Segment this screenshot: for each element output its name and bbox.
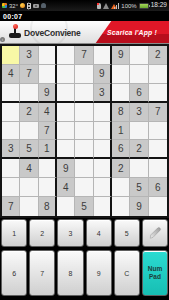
cell-r5c9[interactable]: [149, 122, 167, 141]
cell-r9c7[interactable]: [112, 197, 130, 216]
cell-r4c7[interactable]: 8: [112, 103, 130, 122]
cell-r3c4[interactable]: [57, 84, 75, 103]
ad-cta-button[interactable]: Scarica l'App !: [95, 21, 169, 44]
app-grid-icon: [2, 3, 7, 8]
cell-r2c7[interactable]: [112, 65, 130, 84]
status-bar: 32° 100% 18:29: [0, 0, 169, 11]
cell-r4c5[interactable]: [75, 103, 93, 122]
key-3[interactable]: 3: [57, 219, 83, 247]
cell-r4c1[interactable]: [2, 103, 20, 122]
ad-info-icon[interactable]: i: [0, 37, 5, 42]
ad-banner[interactable]: i DoveConviene Scarica l'App !: [0, 21, 169, 44]
cell-r2c8[interactable]: [130, 65, 148, 84]
cell-r3c7[interactable]: [112, 84, 130, 103]
cell-r8c6[interactable]: [94, 178, 112, 197]
cell-r3c8[interactable]: 6: [130, 84, 148, 103]
sudoku-board: 37924799362483771351624924567859: [0, 44, 169, 218]
cell-r2c5[interactable]: [75, 65, 93, 84]
cell-r8c4[interactable]: 4: [57, 178, 75, 197]
android-icon: [41, 3, 46, 8]
cell-r6c3[interactable]: 1: [39, 140, 57, 159]
cell-r7c7[interactable]: 2: [112, 159, 130, 178]
cell-r9c6[interactable]: [94, 197, 112, 216]
cell-r1c3[interactable]: [39, 46, 57, 65]
ad-cta-label: Scarica l'App !: [107, 29, 157, 36]
cell-r4c9[interactable]: 7: [149, 103, 167, 122]
key-6[interactable]: 6: [1, 250, 27, 296]
cell-r7c2[interactable]: 4: [20, 159, 38, 178]
notification-orange-icon: [20, 3, 25, 8]
cell-r1c7[interactable]: 9: [112, 46, 130, 65]
cell-r5c6[interactable]: [94, 122, 112, 141]
cell-r2c9[interactable]: [149, 65, 167, 84]
cell-r8c1[interactable]: [2, 178, 20, 197]
cell-r6c8[interactable]: 2: [130, 140, 148, 159]
pencil-button[interactable]: [142, 219, 168, 247]
cell-r9c9[interactable]: [149, 197, 167, 216]
cell-r4c3[interactable]: 4: [39, 103, 57, 122]
cell-r3c2[interactable]: [20, 84, 38, 103]
pencil-icon: [148, 226, 162, 240]
cell-r2c6[interactable]: 9: [94, 65, 112, 84]
cell-r8c9[interactable]: 6: [149, 178, 167, 197]
cell-r6c5[interactable]: [75, 140, 93, 159]
wifi-icon: [103, 3, 109, 9]
cell-r5c4[interactable]: [57, 122, 75, 141]
game-timer: 00:07: [3, 13, 22, 20]
cell-r6c7[interactable]: 6: [112, 140, 130, 159]
cell-r5c8[interactable]: [130, 122, 148, 141]
cell-r7c1[interactable]: [2, 159, 20, 178]
cell-r8c3[interactable]: [39, 178, 57, 197]
cell-r6c6[interactable]: [94, 140, 112, 159]
signal-warning-icon: [111, 3, 119, 9]
key-8[interactable]: 8: [57, 250, 83, 296]
sd-card-icon: [97, 3, 101, 9]
cell-r1c1[interactable]: [2, 46, 20, 65]
cell-r4c8[interactable]: 3: [130, 103, 148, 122]
cell-r5c5[interactable]: [75, 122, 93, 141]
camera-icon: [33, 4, 39, 8]
cell-r1c5[interactable]: 7: [75, 46, 93, 65]
cell-r2c2[interactable]: 7: [20, 65, 38, 84]
clear-button[interactable]: C: [114, 250, 140, 296]
cell-r3c9[interactable]: [149, 84, 167, 103]
cell-r8c8[interactable]: 5: [130, 178, 148, 197]
cell-r8c2[interactable]: [20, 178, 38, 197]
cell-r7c9[interactable]: [149, 159, 167, 178]
cell-r8c7[interactable]: [112, 178, 130, 197]
cell-r1c9[interactable]: 2: [149, 46, 167, 65]
clock-text: 18:29: [151, 2, 167, 9]
cell-r1c6[interactable]: [94, 46, 112, 65]
key-9[interactable]: 9: [86, 250, 112, 296]
key-5[interactable]: 5: [114, 219, 140, 247]
cell-r2c3[interactable]: [39, 65, 57, 84]
battery-icon: [139, 3, 149, 9]
cell-r7c8[interactable]: [130, 159, 148, 178]
cell-r6c4[interactable]: [57, 140, 75, 159]
cell-r2c1[interactable]: 4: [2, 65, 20, 84]
timer-bar: 00:07: [0, 11, 169, 21]
cell-r9c3[interactable]: 8: [39, 197, 57, 216]
cell-r3c6[interactable]: 3: [94, 84, 112, 103]
cell-r5c7[interactable]: 1: [112, 122, 130, 141]
cell-r5c1[interactable]: [2, 122, 20, 141]
cell-r7c3[interactable]: [39, 159, 57, 178]
cell-r5c3[interactable]: 7: [39, 122, 57, 141]
temperature-text: 32°: [9, 3, 18, 9]
cell-r6c1[interactable]: 3: [2, 140, 20, 159]
battery-percent-text: 100%: [121, 3, 136, 9]
joystick-icon: [9, 24, 21, 39]
cell-r1c2[interactable]: 3: [20, 46, 38, 65]
cell-r9c2[interactable]: [20, 197, 38, 216]
cell-r6c2[interactable]: 5: [20, 140, 38, 159]
key-1[interactable]: 1: [1, 219, 27, 247]
cell-r8c5[interactable]: [75, 178, 93, 197]
cell-r9c4[interactable]: [57, 197, 75, 216]
bluetooth-icon: [27, 3, 31, 9]
status-icons-left: 32°: [2, 3, 46, 9]
cell-r4c2[interactable]: 2: [20, 103, 38, 122]
cell-r9c1[interactable]: 7: [2, 197, 20, 216]
key-4[interactable]: 4: [86, 219, 112, 247]
cell-r7c5[interactable]: [75, 159, 93, 178]
key-2[interactable]: 2: [29, 219, 55, 247]
keypad-row-2: 6789CNum Pad: [0, 250, 169, 296]
numpad-toggle-button[interactable]: Num Pad: [142, 250, 168, 296]
cell-r3c1[interactable]: [2, 84, 20, 103]
cell-r9c8[interactable]: 9: [130, 197, 148, 216]
cell-r5c2[interactable]: [20, 122, 38, 141]
keypad-row-1: 12345: [0, 219, 169, 247]
cell-r1c8[interactable]: [130, 46, 148, 65]
cell-r7c4[interactable]: 9: [57, 159, 75, 178]
cell-r3c3[interactable]: 9: [39, 84, 57, 103]
key-7[interactable]: 7: [29, 250, 55, 296]
cell-r1c4[interactable]: [57, 46, 75, 65]
cell-r4c6[interactable]: [94, 103, 112, 122]
cell-r3c5[interactable]: [75, 84, 93, 103]
cell-r4c4[interactable]: [57, 103, 75, 122]
cell-r7c6[interactable]: [94, 159, 112, 178]
cell-r2c4[interactable]: [57, 65, 75, 84]
ad-brand-text: DoveConviene: [24, 28, 81, 38]
status-icons-right: 100% 18:29: [97, 2, 167, 9]
cell-r6c9[interactable]: [149, 140, 167, 159]
cell-r9c5[interactable]: 5: [75, 197, 93, 216]
